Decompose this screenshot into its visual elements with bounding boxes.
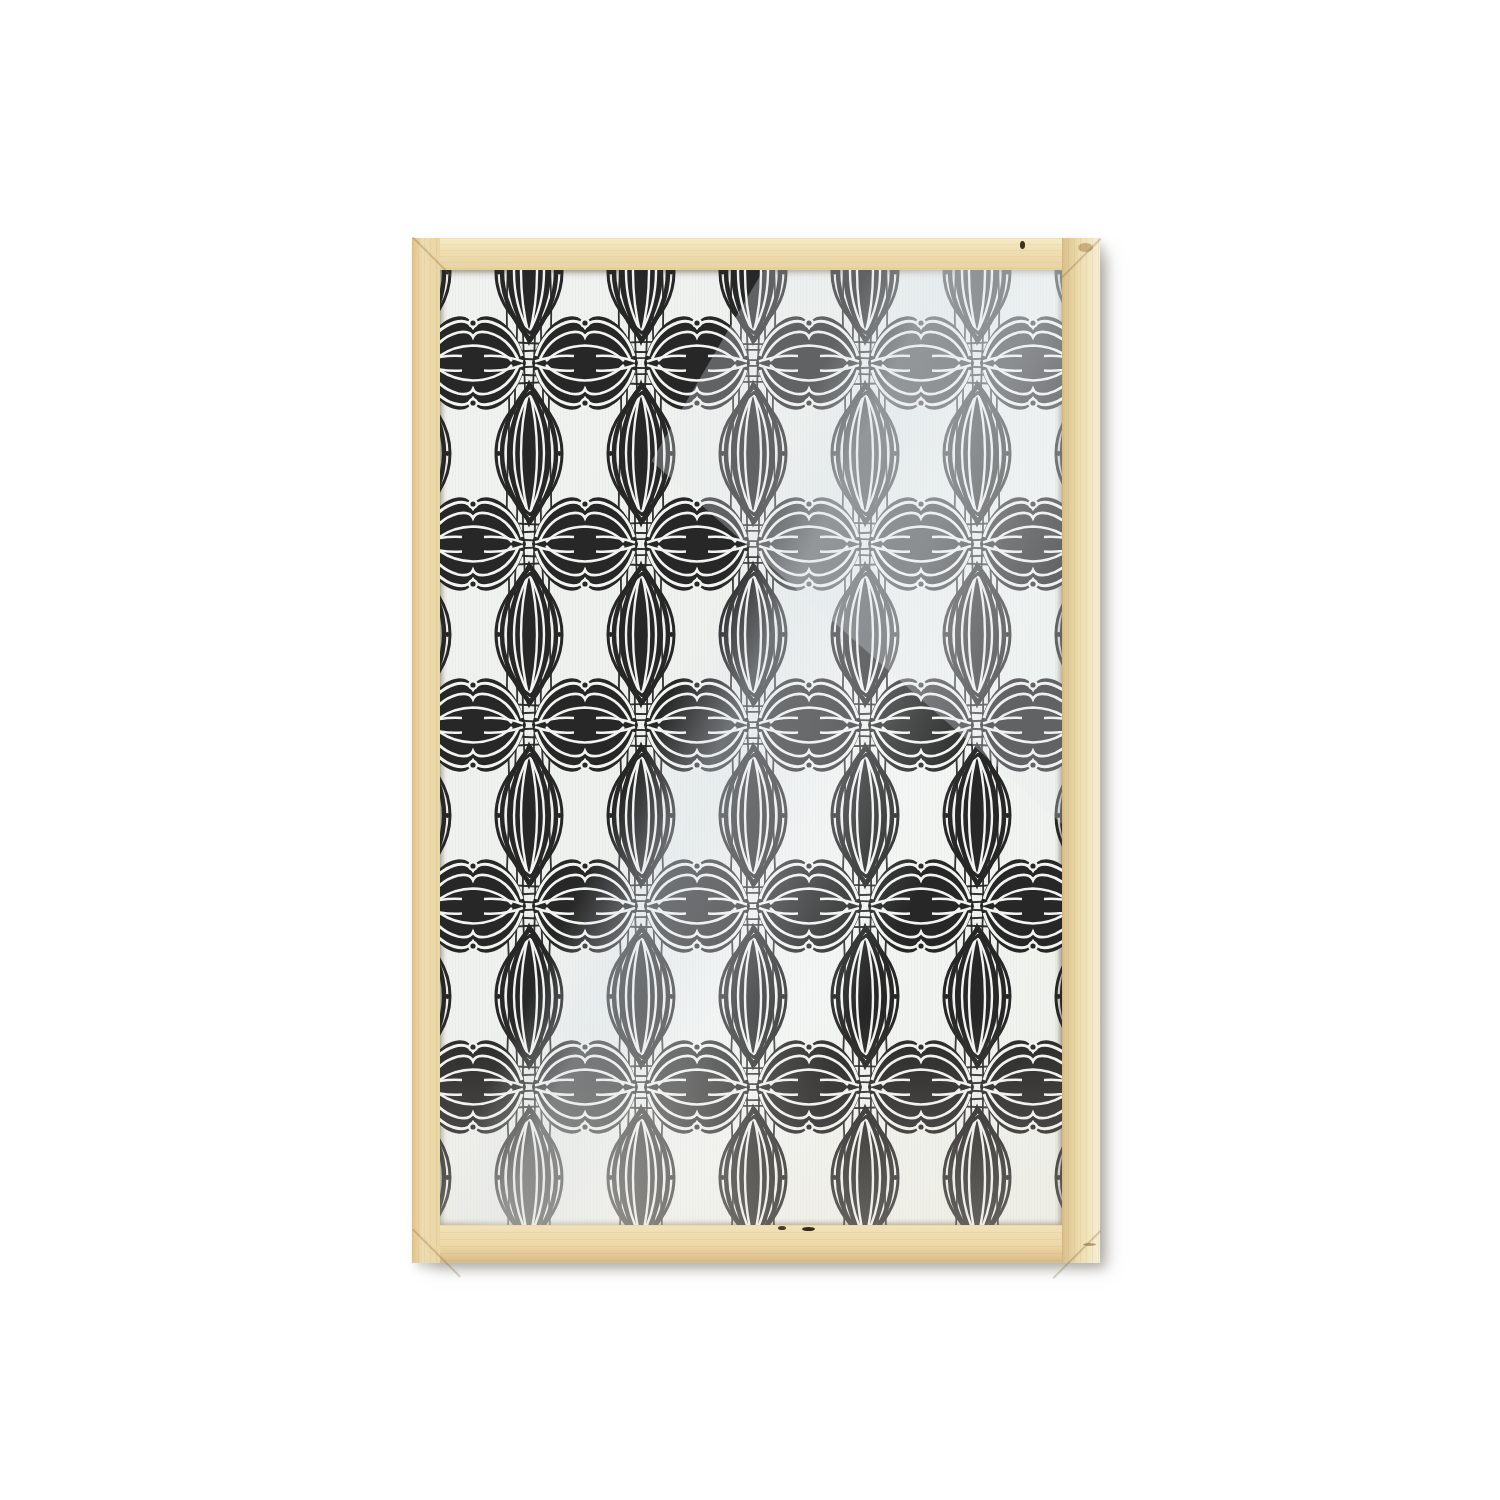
frame-bar-left [412,238,440,1263]
wood-speck [778,1226,786,1230]
artwork-canvas [440,270,1062,1225]
frame-bar-bottom [412,1225,1100,1263]
frame-bar-right [1062,238,1100,1263]
picture-frame [412,238,1100,1263]
wood-speck [1083,1243,1096,1246]
frame-bar-top [412,238,1100,270]
wood-speck [802,1227,815,1231]
wood-speck [1020,241,1025,249]
wall-background: { "scene": { "description": "Overhead pr… [0,0,1500,1500]
wood-speck [1078,243,1093,252]
abstract-pattern [440,270,1062,1225]
